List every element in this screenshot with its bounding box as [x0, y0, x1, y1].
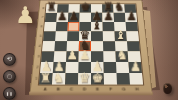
square-g2[interactable]	[116, 62, 129, 73]
square-e6[interactable]: ♝	[91, 22, 103, 31]
chess-board: ♜♚♜♞♟♟♟♟♟♝♛♝♞♟♟♞♟♟♟♟♜♞♛♚ ABCDEFGH 876543…	[29, 0, 152, 94]
file-label-a: A	[38, 86, 52, 91]
square-h1[interactable]	[129, 73, 143, 85]
piece-white-knight[interactable]: ♞	[52, 71, 65, 85]
piece-black-pawn[interactable]: ♟	[126, 10, 138, 23]
piece-black-knight[interactable]: ♞	[114, 1, 125, 13]
game-screen: ♜♚♜♞♟♟♟♟♟♝♛♝♞♟♟♞♟♟♟♟♜♞♛♚ ABCDEFGH 876543…	[0, 0, 178, 100]
piece-black-bishop[interactable]: ♝	[91, 19, 103, 32]
square-e4[interactable]	[91, 41, 103, 51]
square-c3[interactable]: ♟	[66, 51, 79, 62]
square-b5[interactable]	[55, 31, 67, 41]
square-a5[interactable]	[43, 31, 56, 41]
square-f5[interactable]	[103, 31, 115, 41]
control-bar: ⟲ ▢ ❚❚	[3, 53, 16, 100]
square-c7[interactable]: ♟	[68, 13, 80, 22]
square-d3[interactable]: ♟	[79, 51, 91, 62]
square-g8[interactable]: ♞	[113, 4, 125, 13]
piece-white-pawn[interactable]: ♟	[66, 49, 78, 63]
square-e1[interactable]: ♚	[91, 73, 104, 85]
piece-black-king[interactable]: ♚	[80, 1, 91, 13]
square-f1[interactable]	[104, 73, 117, 85]
piece-white-queen[interactable]: ♛	[78, 71, 91, 85]
square-f7[interactable]: ♟	[102, 13, 114, 22]
piece-black-pawn[interactable]: ♟	[68, 10, 80, 23]
square-g7[interactable]	[114, 13, 126, 22]
square-f4[interactable]	[103, 41, 115, 51]
square-c5[interactable]	[67, 31, 79, 41]
piece-black-rook[interactable]: ♜	[46, 1, 57, 13]
square-b1[interactable]: ♞	[52, 73, 66, 85]
captured-black-pawn	[163, 83, 172, 94]
square-h7[interactable]: ♟	[125, 13, 137, 22]
piece-black-pawn[interactable]: ♟	[103, 10, 115, 23]
undo-button[interactable]: ⟲	[3, 53, 16, 66]
menu-button[interactable]: ▢	[3, 70, 16, 83]
square-a1[interactable]: ♜	[39, 73, 53, 85]
piece-white-pawn[interactable]: ♟	[129, 60, 142, 74]
square-g3[interactable]: ♞	[115, 51, 128, 62]
square-a7[interactable]	[45, 13, 57, 22]
file-label-c: C	[65, 86, 78, 91]
square-h4[interactable]	[127, 41, 140, 51]
pause-icon: ❚❚	[6, 92, 13, 96]
file-label-d: D	[78, 86, 91, 91]
square-d8[interactable]: ♚	[80, 4, 91, 13]
square-c6[interactable]	[67, 22, 79, 31]
rank-label-7: 7	[40, 13, 46, 22]
square-f3[interactable]	[103, 51, 116, 62]
file-labels: ABCDEFGH	[38, 86, 143, 91]
square-h6[interactable]	[126, 22, 138, 31]
file-label-b: B	[52, 86, 65, 91]
square-f6[interactable]	[103, 22, 115, 31]
rank-label-6: 6	[39, 22, 45, 31]
piece-white-king[interactable]: ♚	[91, 71, 104, 85]
rank-label-5: 5	[38, 31, 44, 41]
captured-white-pawn: ♟	[15, 0, 36, 30]
square-h5[interactable]	[126, 31, 139, 41]
square-g5[interactable]: ♝	[114, 31, 126, 41]
file-label-e: E	[91, 86, 104, 91]
file-label-f: F	[104, 86, 117, 91]
piece-white-knight[interactable]: ♞	[116, 49, 128, 63]
square-c2[interactable]	[66, 62, 79, 73]
undo-icon: ⟲	[7, 56, 12, 63]
square-h2[interactable]: ♟	[128, 62, 142, 73]
piece-white-rook[interactable]: ♜	[39, 71, 52, 85]
menu-icon: ▢	[7, 74, 12, 79]
square-d1[interactable]: ♛	[78, 73, 91, 85]
piece-white-bishop[interactable]: ♝	[115, 29, 127, 42]
square-a4[interactable]	[42, 41, 55, 51]
piece-black-pawn[interactable]: ♟	[56, 10, 68, 23]
square-a6[interactable]	[44, 22, 56, 31]
square-b7[interactable]: ♟	[56, 13, 68, 22]
square-d7[interactable]	[79, 13, 91, 22]
square-e5[interactable]	[91, 31, 103, 41]
square-g1[interactable]	[116, 73, 130, 85]
file-label-g: G	[117, 86, 130, 91]
square-f2[interactable]	[103, 62, 116, 73]
square-c1[interactable]	[65, 73, 78, 85]
piece-white-pawn[interactable]: ♟	[79, 49, 91, 63]
pause-button[interactable]: ❚❚	[3, 87, 16, 100]
board-squares: ♜♚♜♞♟♟♟♟♟♝♛♝♞♟♟♞♟♟♟♟♜♞♛♚	[39, 4, 143, 84]
square-b6[interactable]	[56, 22, 68, 31]
file-label-h: H	[130, 86, 144, 91]
